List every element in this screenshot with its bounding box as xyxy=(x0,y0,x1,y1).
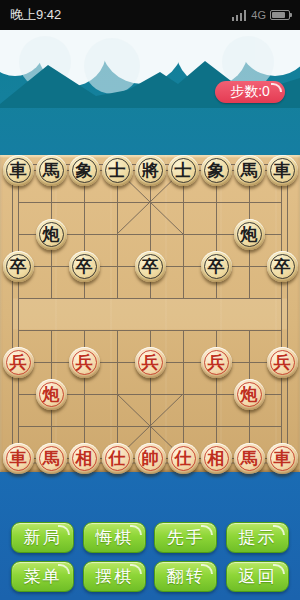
piece-character: 相 xyxy=(208,450,225,467)
setup-button[interactable]: 摆棋 xyxy=(83,561,146,592)
piece-black-卒[interactable]: 卒 xyxy=(135,251,166,282)
piece-character: 卒 xyxy=(208,258,225,275)
piece-black-象[interactable]: 象 xyxy=(201,155,232,186)
piece-black-炮[interactable]: 炮 xyxy=(234,219,265,250)
signal-strength-icon xyxy=(232,10,247,21)
piece-red-兵[interactable]: 兵 xyxy=(267,347,298,378)
piece-black-士[interactable]: 士 xyxy=(168,155,199,186)
piece-black-車[interactable]: 車 xyxy=(3,155,34,186)
piece-character: 車 xyxy=(274,450,291,467)
board-grid xyxy=(0,155,300,472)
status-bar: 晚上9:42 4G xyxy=(0,0,300,30)
piece-black-馬[interactable]: 馬 xyxy=(234,155,265,186)
hint-button[interactable]: 提示 xyxy=(226,522,289,553)
river xyxy=(13,299,287,330)
network-type-label: 4G xyxy=(251,9,266,21)
piece-character: 車 xyxy=(274,162,291,179)
piece-character: 炮 xyxy=(241,386,258,403)
piece-red-帥[interactable]: 帥 xyxy=(135,443,166,474)
piece-character: 象 xyxy=(208,162,225,179)
piece-character: 兵 xyxy=(142,354,159,371)
piece-character: 象 xyxy=(76,162,93,179)
piece-character: 士 xyxy=(109,162,126,179)
board[interactable]: 車馬象士將士象馬車炮炮卒卒卒卒卒兵兵兵兵兵炮炮車馬相仕帥仕相馬車 xyxy=(0,155,300,472)
piece-character: 馬 xyxy=(241,450,258,467)
move-counter-badge: 步数:0 xyxy=(215,81,285,103)
piece-red-兵[interactable]: 兵 xyxy=(3,347,34,378)
piece-red-炮[interactable]: 炮 xyxy=(36,379,67,410)
piece-red-相[interactable]: 相 xyxy=(69,443,100,474)
piece-character: 馬 xyxy=(43,162,60,179)
piece-red-馬[interactable]: 馬 xyxy=(36,443,67,474)
piece-character: 車 xyxy=(10,450,27,467)
piece-character: 馬 xyxy=(43,450,60,467)
piece-character: 炮 xyxy=(43,386,60,403)
piece-red-車[interactable]: 車 xyxy=(267,443,298,474)
piece-character: 車 xyxy=(10,162,27,179)
button-row-top: 新局 悔棋 先手 提示 xyxy=(0,522,300,553)
piece-character: 兵 xyxy=(10,354,27,371)
new-game-button[interactable]: 新局 xyxy=(11,522,74,553)
piece-black-卒[interactable]: 卒 xyxy=(267,251,298,282)
move-counter-text: 步数:0 xyxy=(230,83,270,101)
piece-character: 仕 xyxy=(175,450,192,467)
piece-red-兵[interactable]: 兵 xyxy=(201,347,232,378)
piece-red-馬[interactable]: 馬 xyxy=(234,443,265,474)
piece-character: 卒 xyxy=(76,258,93,275)
battery-icon xyxy=(270,10,290,20)
piece-black-卒[interactable]: 卒 xyxy=(3,251,34,282)
piece-red-仕[interactable]: 仕 xyxy=(168,443,199,474)
back-button[interactable]: 返回 xyxy=(226,561,289,592)
piece-black-馬[interactable]: 馬 xyxy=(36,155,67,186)
piece-red-相[interactable]: 相 xyxy=(201,443,232,474)
undo-button[interactable]: 悔棋 xyxy=(83,522,146,553)
piece-character: 卒 xyxy=(142,258,159,275)
piece-red-車[interactable]: 車 xyxy=(3,443,34,474)
piece-red-兵[interactable]: 兵 xyxy=(69,347,100,378)
app-screen: 晚上9:42 4G 步数:0 xyxy=(0,0,300,600)
piece-character: 兵 xyxy=(274,354,291,371)
piece-character: 相 xyxy=(76,450,93,467)
piece-character: 帥 xyxy=(142,450,159,467)
flip-button[interactable]: 翻转 xyxy=(154,561,217,592)
piece-character: 士 xyxy=(175,162,192,179)
piece-black-將[interactable]: 將 xyxy=(135,155,166,186)
piece-character: 卒 xyxy=(274,258,291,275)
piece-character: 仕 xyxy=(109,450,126,467)
clock-time: 晚上9:42 xyxy=(10,6,61,24)
piece-character: 卒 xyxy=(10,258,27,275)
piece-character: 炮 xyxy=(43,226,60,243)
piece-character: 將 xyxy=(142,162,159,179)
piece-red-兵[interactable]: 兵 xyxy=(135,347,166,378)
piece-character: 炮 xyxy=(241,226,258,243)
piece-black-卒[interactable]: 卒 xyxy=(201,251,232,282)
piece-character: 兵 xyxy=(208,354,225,371)
piece-red-仕[interactable]: 仕 xyxy=(102,443,133,474)
piece-black-士[interactable]: 士 xyxy=(102,155,133,186)
button-row-bottom: 菜单 摆棋 翻转 返回 xyxy=(0,561,300,592)
piece-black-象[interactable]: 象 xyxy=(69,155,100,186)
piece-black-車[interactable]: 車 xyxy=(267,155,298,186)
first-move-button[interactable]: 先手 xyxy=(154,522,217,553)
menu-button[interactable]: 菜单 xyxy=(11,561,74,592)
piece-red-炮[interactable]: 炮 xyxy=(234,379,265,410)
piece-black-炮[interactable]: 炮 xyxy=(36,219,67,250)
piece-character: 兵 xyxy=(76,354,93,371)
piece-black-卒[interactable]: 卒 xyxy=(69,251,100,282)
piece-character: 馬 xyxy=(241,162,258,179)
